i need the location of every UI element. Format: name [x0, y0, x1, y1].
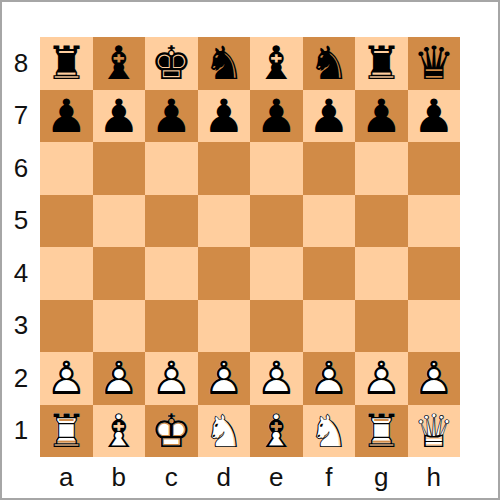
square-d2[interactable]: ♟♙	[198, 352, 251, 405]
white-knight-outline-icon: ♘	[200, 407, 248, 455]
rank-label-1: 1	[2, 405, 40, 458]
rank-labels: 87654321	[2, 37, 40, 457]
piece-black-queen[interactable]: ♛	[410, 39, 458, 87]
square-b1[interactable]: ♝♗	[93, 405, 146, 458]
square-f2[interactable]: ♟♙	[303, 352, 356, 405]
black-pawn-icon: ♟	[305, 92, 353, 140]
black-pawn-icon: ♟	[357, 92, 405, 140]
square-c2[interactable]: ♟♙	[145, 352, 198, 405]
square-h1[interactable]: ♛♕	[408, 405, 461, 458]
piece-white-knight[interactable]: ♞♘	[200, 407, 248, 455]
square-b7[interactable]: ♟	[93, 90, 146, 143]
piece-white-queen[interactable]: ♛♕	[410, 407, 458, 455]
file-label-e: e	[250, 457, 303, 497]
black-queen-icon: ♛	[410, 39, 458, 87]
black-rook-icon: ♜	[357, 39, 405, 87]
piece-white-king[interactable]: ♚♔	[147, 407, 195, 455]
square-f6[interactable]	[303, 142, 356, 195]
white-pawn-outline-icon: ♙	[95, 354, 143, 402]
square-h3[interactable]	[408, 300, 461, 353]
black-bishop-icon: ♝	[95, 39, 143, 87]
piece-white-bishop[interactable]: ♝♗	[95, 407, 143, 455]
black-pawn-icon: ♟	[252, 92, 300, 140]
square-c1[interactable]: ♚♔	[145, 405, 198, 458]
square-e4[interactable]	[250, 247, 303, 300]
piece-white-pawn[interactable]: ♟♙	[42, 354, 90, 402]
square-f7[interactable]: ♟	[303, 90, 356, 143]
square-a1[interactable]: ♜♖	[40, 405, 93, 458]
piece-black-pawn[interactable]: ♟	[147, 92, 195, 140]
black-pawn-icon: ♟	[200, 92, 248, 140]
square-a7[interactable]: ♟	[40, 90, 93, 143]
piece-black-knight[interactable]: ♞	[200, 39, 248, 87]
black-knight-icon: ♞	[305, 39, 353, 87]
piece-black-pawn[interactable]: ♟	[410, 92, 458, 140]
white-pawn-outline-icon: ♙	[410, 354, 458, 402]
square-d3[interactable]	[198, 300, 251, 353]
square-h5[interactable]	[408, 195, 461, 248]
file-label-b: b	[93, 457, 146, 497]
square-g1[interactable]: ♜♖	[355, 405, 408, 458]
file-label-f: f	[303, 457, 356, 497]
square-b5[interactable]	[93, 195, 146, 248]
black-bishop-icon: ♝	[252, 39, 300, 87]
piece-white-pawn[interactable]: ♟♙	[305, 354, 353, 402]
rank-label-5: 5	[2, 195, 40, 248]
piece-white-rook[interactable]: ♜♖	[357, 407, 405, 455]
rank-label-2: 2	[2, 352, 40, 405]
square-f5[interactable]	[303, 195, 356, 248]
square-c3[interactable]	[145, 300, 198, 353]
piece-black-knight[interactable]: ♞	[305, 39, 353, 87]
piece-white-pawn[interactable]: ♟♙	[252, 354, 300, 402]
piece-black-pawn[interactable]: ♟	[357, 92, 405, 140]
white-pawn-outline-icon: ♙	[305, 354, 353, 402]
square-b8[interactable]: ♝	[93, 37, 146, 90]
file-label-h: h	[408, 457, 461, 497]
square-e7[interactable]: ♟	[250, 90, 303, 143]
piece-white-bishop[interactable]: ♝♗	[252, 407, 300, 455]
file-labels: abcdefgh	[40, 457, 460, 497]
file-label-c: c	[145, 457, 198, 497]
white-king-outline-icon: ♔	[147, 407, 195, 455]
square-g4[interactable]	[355, 247, 408, 300]
piece-white-knight[interactable]: ♞♘	[305, 407, 353, 455]
white-pawn-outline-icon: ♙	[357, 354, 405, 402]
white-queen-outline-icon: ♕	[410, 407, 458, 455]
square-a6[interactable]	[40, 142, 93, 195]
rank-label-6: 6	[2, 142, 40, 195]
square-d8[interactable]: ♞	[198, 37, 251, 90]
piece-black-pawn[interactable]: ♟	[95, 92, 143, 140]
square-g6[interactable]	[355, 142, 408, 195]
square-d7[interactable]: ♟	[198, 90, 251, 143]
square-g5[interactable]	[355, 195, 408, 248]
board[interactable]: ♜♝♚♞♝♞♜♛♟♟♟♟♟♟♟♟♟♙♟♙♟♙♟♙♟♙♟♙♟♙♟♙♜♖♝♗♚♔♞♘…	[40, 37, 460, 457]
piece-black-rook[interactable]: ♜	[42, 39, 90, 87]
rank-label-3: 3	[2, 300, 40, 353]
square-a5[interactable]	[40, 195, 93, 248]
square-h7[interactable]: ♟	[408, 90, 461, 143]
square-d1[interactable]: ♞♘	[198, 405, 251, 458]
white-knight-outline-icon: ♘	[305, 407, 353, 455]
square-e6[interactable]	[250, 142, 303, 195]
square-a2[interactable]: ♟♙	[40, 352, 93, 405]
piece-black-bishop[interactable]: ♝	[252, 39, 300, 87]
black-pawn-icon: ♟	[95, 92, 143, 140]
square-b2[interactable]: ♟♙	[93, 352, 146, 405]
piece-black-pawn[interactable]: ♟	[252, 92, 300, 140]
square-d6[interactable]	[198, 142, 251, 195]
square-f1[interactable]: ♞♘	[303, 405, 356, 458]
white-rook-outline-icon: ♖	[357, 407, 405, 455]
square-d5[interactable]	[198, 195, 251, 248]
black-pawn-icon: ♟	[410, 92, 458, 140]
rank-label-8: 8	[2, 37, 40, 90]
rank-label-4: 4	[2, 247, 40, 300]
piece-white-rook[interactable]: ♜♖	[42, 407, 90, 455]
piece-black-pawn[interactable]: ♟	[305, 92, 353, 140]
square-b6[interactable]	[93, 142, 146, 195]
square-e1[interactable]: ♝♗	[250, 405, 303, 458]
square-c8[interactable]: ♚	[145, 37, 198, 90]
square-g2[interactable]: ♟♙	[355, 352, 408, 405]
square-f8[interactable]: ♞	[303, 37, 356, 90]
square-c7[interactable]: ♟	[145, 90, 198, 143]
square-c4[interactable]	[145, 247, 198, 300]
square-e3[interactable]	[250, 300, 303, 353]
chessboard-diagram: 87654321 ♜♝♚♞♝♞♜♛♟♟♟♟♟♟♟♟♟♙♟♙♟♙♟♙♟♙♟♙♟♙♟…	[0, 0, 500, 500]
square-h8[interactable]: ♛	[408, 37, 461, 90]
black-king-icon: ♚	[147, 39, 195, 87]
square-e8[interactable]: ♝	[250, 37, 303, 90]
square-h2[interactable]: ♟♙	[408, 352, 461, 405]
square-a8[interactable]: ♜	[40, 37, 93, 90]
square-f3[interactable]	[303, 300, 356, 353]
piece-white-pawn[interactable]: ♟♙	[410, 354, 458, 402]
file-label-a: a	[40, 457, 93, 497]
rank-label-7: 7	[2, 90, 40, 143]
white-pawn-outline-icon: ♙	[252, 354, 300, 402]
file-label-g: g	[355, 457, 408, 497]
piece-white-pawn[interactable]: ♟♙	[200, 354, 248, 402]
piece-white-pawn[interactable]: ♟♙	[95, 354, 143, 402]
piece-black-king[interactable]: ♚	[147, 39, 195, 87]
white-pawn-outline-icon: ♙	[200, 354, 248, 402]
square-h6[interactable]	[408, 142, 461, 195]
piece-black-bishop[interactable]: ♝	[95, 39, 143, 87]
square-a3[interactable]	[40, 300, 93, 353]
black-rook-icon: ♜	[42, 39, 90, 87]
white-bishop-outline-icon: ♗	[252, 407, 300, 455]
file-label-d: d	[198, 457, 251, 497]
square-a4[interactable]	[40, 247, 93, 300]
piece-black-pawn[interactable]: ♟	[42, 92, 90, 140]
square-c6[interactable]	[145, 142, 198, 195]
square-g7[interactable]: ♟	[355, 90, 408, 143]
square-g3[interactable]	[355, 300, 408, 353]
piece-white-pawn[interactable]: ♟♙	[147, 354, 195, 402]
square-c5[interactable]	[145, 195, 198, 248]
white-bishop-outline-icon: ♗	[95, 407, 143, 455]
piece-black-pawn[interactable]: ♟	[200, 92, 248, 140]
black-knight-icon: ♞	[200, 39, 248, 87]
white-pawn-outline-icon: ♙	[147, 354, 195, 402]
black-pawn-icon: ♟	[42, 92, 90, 140]
square-d4[interactable]	[198, 247, 251, 300]
square-b4[interactable]	[93, 247, 146, 300]
white-rook-outline-icon: ♖	[42, 407, 90, 455]
white-pawn-outline-icon: ♙	[42, 354, 90, 402]
square-f4[interactable]	[303, 247, 356, 300]
piece-black-rook[interactable]: ♜	[357, 39, 405, 87]
piece-white-pawn[interactable]: ♟♙	[357, 354, 405, 402]
square-e2[interactable]: ♟♙	[250, 352, 303, 405]
square-b3[interactable]	[93, 300, 146, 353]
square-h4[interactable]	[408, 247, 461, 300]
square-e5[interactable]	[250, 195, 303, 248]
square-g8[interactable]: ♜	[355, 37, 408, 90]
black-pawn-icon: ♟	[147, 92, 195, 140]
